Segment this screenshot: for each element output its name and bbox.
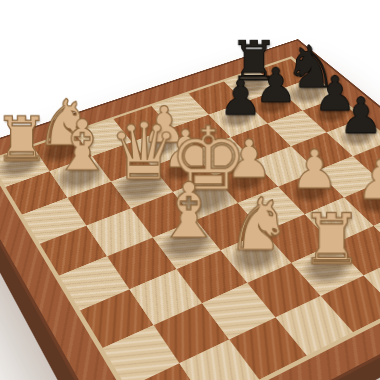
board-frame-surface: ♜♞♜♝♟♟♟♞♛♟♟♚♟♟♝♟♞♟♟♜ bbox=[0, 41, 380, 380]
white-rook-icon: ♜ bbox=[255, 206, 380, 272]
board-frame: ♜♞♜♝♟♟♟♞♛♟♟♚♟♟♝♟♞♟♟♜ bbox=[0, 39, 380, 380]
product-photo-chess-scene: ♜♞♜♝♟♟♟♞♛♟♟♚♟♟♝♟♞♟♟♜ bbox=[0, 0, 380, 380]
board-inlay: ♜♞♜♝♟♟♟♞♛♟♟♚♟♟♝♟♞♟♟♜ bbox=[0, 56, 380, 380]
perspective-scene: ♜♞♜♝♟♟♟♞♛♟♟♚♟♟♝♟♞♟♟♜ bbox=[0, 0, 380, 380]
black-pawn-icon: ♟ bbox=[297, 92, 380, 139]
pieces-layer: ♜♞♜♝♟♟♟♞♛♟♟♚♟♟♝♟♞♟♟♜ bbox=[0, 59, 380, 380]
